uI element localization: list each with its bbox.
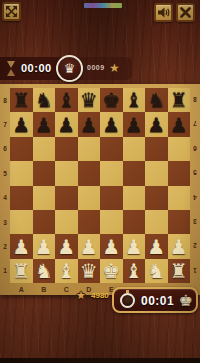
square-f4[interactable] bbox=[123, 186, 146, 210]
square-a5[interactable] bbox=[10, 161, 33, 185]
rank-label-4: 4 bbox=[190, 186, 200, 210]
rank-label-8: 8 bbox=[190, 88, 200, 112]
piece-white-pawn[interactable]: ♟ bbox=[102, 236, 120, 259]
rank-label-3: 3 bbox=[0, 210, 10, 234]
opponent-timer: 00:00 bbox=[21, 62, 52, 74]
square-c4[interactable] bbox=[55, 186, 78, 210]
piece-black-rook[interactable]: ♜ bbox=[170, 89, 188, 112]
square-g5[interactable] bbox=[145, 161, 168, 185]
piece-white-knight[interactable]: ♞ bbox=[147, 260, 165, 283]
piece-white-rook[interactable]: ♜ bbox=[12, 260, 30, 283]
bottom-strip bbox=[0, 358, 200, 363]
rank-label-5: 5 bbox=[190, 161, 200, 185]
rank-label-8: 8 bbox=[0, 88, 10, 112]
opponent-score: 0009 bbox=[87, 64, 105, 71]
square-e6[interactable] bbox=[100, 137, 123, 161]
square-c5[interactable] bbox=[55, 161, 78, 185]
square-a2[interactable]: ♟ bbox=[10, 234, 33, 258]
square-f3[interactable] bbox=[123, 210, 146, 234]
expand-arrows-icon bbox=[6, 6, 17, 17]
square-a1[interactable]: ♜ bbox=[10, 259, 33, 283]
square-a6[interactable] bbox=[10, 137, 33, 161]
piece-white-knight[interactable]: ♞ bbox=[35, 260, 53, 283]
square-c2[interactable]: ♟ bbox=[55, 234, 78, 258]
square-b4[interactable] bbox=[33, 186, 56, 210]
rank-label-1: 1 bbox=[0, 259, 10, 283]
square-g6[interactable] bbox=[145, 137, 168, 161]
piece-white-pawn[interactable]: ♟ bbox=[170, 236, 188, 259]
square-d5[interactable] bbox=[78, 161, 101, 185]
opponent-info-bar: 00:00 ♛ 0009 ★ bbox=[0, 57, 132, 80]
square-b1[interactable]: ♞ bbox=[33, 259, 56, 283]
square-a4[interactable] bbox=[10, 186, 33, 210]
piece-white-bishop[interactable]: ♝ bbox=[125, 260, 143, 283]
hourglass-icon bbox=[7, 61, 15, 68]
piece-white-queen[interactable]: ♛ bbox=[80, 260, 98, 283]
square-h8[interactable]: ♜ bbox=[168, 88, 191, 112]
king-icon: ♚ bbox=[179, 292, 193, 310]
piece-black-pawn[interactable]: ♟ bbox=[102, 114, 120, 137]
square-h6[interactable] bbox=[168, 137, 191, 161]
square-d4[interactable] bbox=[78, 186, 101, 210]
fullscreen-button[interactable] bbox=[2, 2, 21, 21]
board-squares: ♜♞♝♛♚♝♞♜♟♟♟♟♟♟♟♟♟♟♟♟♟♟♟♟♜♞♝♛♚♝♞♜ bbox=[10, 88, 190, 283]
queen-icon: ♛ bbox=[64, 62, 76, 75]
square-g1[interactable]: ♞ bbox=[145, 259, 168, 283]
piece-white-pawn[interactable]: ♟ bbox=[12, 236, 30, 259]
square-a7[interactable]: ♟ bbox=[10, 112, 33, 136]
piece-white-pawn[interactable]: ♟ bbox=[125, 236, 143, 259]
square-e4[interactable] bbox=[100, 186, 123, 210]
square-e1[interactable]: ♚ bbox=[100, 259, 123, 283]
square-h1[interactable]: ♜ bbox=[168, 259, 191, 283]
square-c6[interactable] bbox=[55, 137, 78, 161]
square-b7[interactable]: ♟ bbox=[33, 112, 56, 136]
square-h4[interactable] bbox=[168, 186, 191, 210]
piece-white-pawn[interactable]: ♟ bbox=[147, 236, 165, 259]
player-timer: 00:01 bbox=[141, 294, 174, 308]
player-score: 4980 bbox=[91, 291, 109, 300]
square-b5[interactable] bbox=[33, 161, 56, 185]
rank-label-6: 6 bbox=[190, 137, 200, 161]
piece-white-rook[interactable]: ♜ bbox=[170, 260, 188, 283]
square-e7[interactable]: ♟ bbox=[100, 112, 123, 136]
square-h3[interactable] bbox=[168, 210, 191, 234]
square-c8[interactable]: ♝ bbox=[55, 88, 78, 112]
piece-black-knight[interactable]: ♞ bbox=[35, 89, 53, 112]
square-b3[interactable] bbox=[33, 210, 56, 234]
player-timer-panel: 00:01 ♚ bbox=[112, 287, 198, 313]
chess-board: 87654321 ♜♞♝♛♚♝♞♜♟♟♟♟♟♟♟♟♟♟♟♟♟♟♟♟♜♞♝♛♚♝♞… bbox=[0, 84, 200, 295]
rank-label-3: 3 bbox=[190, 210, 200, 234]
square-d3[interactable] bbox=[78, 210, 101, 234]
opponent-avatar[interactable]: ♛ bbox=[56, 55, 83, 82]
piece-black-queen[interactable]: ♛ bbox=[80, 89, 98, 112]
square-b6[interactable] bbox=[33, 137, 56, 161]
square-f1[interactable]: ♝ bbox=[123, 259, 146, 283]
file-label-c: C bbox=[55, 283, 78, 295]
file-label-a: A bbox=[10, 283, 33, 295]
square-d7[interactable]: ♟ bbox=[78, 112, 101, 136]
speaker-icon bbox=[158, 7, 170, 18]
piece-white-king[interactable]: ♚ bbox=[102, 260, 120, 283]
square-f6[interactable] bbox=[123, 137, 146, 161]
piece-black-pawn[interactable]: ♟ bbox=[57, 114, 75, 137]
square-f8[interactable]: ♝ bbox=[123, 88, 146, 112]
close-icon bbox=[180, 7, 191, 18]
piece-black-pawn[interactable]: ♟ bbox=[170, 114, 188, 137]
square-g3[interactable] bbox=[145, 210, 168, 234]
square-d2[interactable]: ♟ bbox=[78, 234, 101, 258]
piece-black-pawn[interactable]: ♟ bbox=[80, 114, 98, 137]
rank-label-2: 2 bbox=[0, 234, 10, 258]
square-c3[interactable] bbox=[55, 210, 78, 234]
piece-white-pawn[interactable]: ♟ bbox=[80, 236, 98, 259]
rank-label-7: 7 bbox=[0, 112, 10, 136]
square-e2[interactable]: ♟ bbox=[100, 234, 123, 258]
rank-labels-right: 87654321 bbox=[190, 88, 200, 283]
square-h7[interactable]: ♟ bbox=[168, 112, 191, 136]
square-c1[interactable]: ♝ bbox=[55, 259, 78, 283]
piece-black-king[interactable]: ♚ bbox=[102, 89, 120, 112]
square-d1[interactable]: ♛ bbox=[78, 259, 101, 283]
player-star-icon: ★ bbox=[76, 289, 86, 302]
sound-button[interactable] bbox=[154, 3, 173, 22]
square-h5[interactable] bbox=[168, 161, 191, 185]
square-b2[interactable]: ♟ bbox=[33, 234, 56, 258]
piece-white-pawn[interactable]: ♟ bbox=[35, 236, 53, 259]
piece-black-rook[interactable]: ♜ bbox=[12, 89, 30, 112]
piece-white-pawn[interactable]: ♟ bbox=[57, 236, 75, 259]
square-c7[interactable]: ♟ bbox=[55, 112, 78, 136]
piece-black-pawn[interactable]: ♟ bbox=[12, 114, 30, 137]
opponent-star-icon: ★ bbox=[109, 61, 120, 75]
square-f7[interactable]: ♟ bbox=[123, 112, 146, 136]
square-g4[interactable] bbox=[145, 186, 168, 210]
square-a3[interactable] bbox=[10, 210, 33, 234]
piece-black-pawn[interactable]: ♟ bbox=[125, 114, 143, 137]
square-g2[interactable]: ♟ bbox=[145, 234, 168, 258]
square-e5[interactable] bbox=[100, 161, 123, 185]
close-button[interactable] bbox=[176, 3, 195, 22]
rank-label-2: 2 bbox=[190, 234, 200, 258]
piece-black-knight[interactable]: ♞ bbox=[147, 89, 165, 112]
piece-black-pawn[interactable]: ♟ bbox=[35, 114, 53, 137]
square-d8[interactable]: ♛ bbox=[78, 88, 101, 112]
square-d6[interactable] bbox=[78, 137, 101, 161]
rank-label-6: 6 bbox=[0, 137, 10, 161]
square-b8[interactable]: ♞ bbox=[33, 88, 56, 112]
watermark bbox=[84, 3, 122, 8]
file-label-b: B bbox=[33, 283, 56, 295]
rank-label-5: 5 bbox=[0, 161, 10, 185]
square-a8[interactable]: ♜ bbox=[10, 88, 33, 112]
rank-label-4: 4 bbox=[0, 186, 10, 210]
square-h2[interactable]: ♟ bbox=[168, 234, 191, 258]
rank-label-7: 7 bbox=[190, 112, 200, 136]
stopwatch-icon bbox=[120, 293, 135, 308]
piece-black-pawn[interactable]: ♟ bbox=[147, 114, 165, 137]
piece-black-bishop[interactable]: ♝ bbox=[125, 89, 143, 112]
rank-label-1: 1 bbox=[190, 259, 200, 283]
square-g7[interactable]: ♟ bbox=[145, 112, 168, 136]
square-g8[interactable]: ♞ bbox=[145, 88, 168, 112]
piece-black-bishop[interactable]: ♝ bbox=[57, 89, 75, 112]
piece-white-bishop[interactable]: ♝ bbox=[57, 260, 75, 283]
chess-app-screen: 00:00 ♛ 0009 ★ 87654321 ♜♞♝♛♚♝♞♜♟♟♟♟♟♟♟♟… bbox=[0, 0, 200, 363]
rank-labels-left: 87654321 bbox=[0, 88, 10, 283]
square-f5[interactable] bbox=[123, 161, 146, 185]
square-f2[interactable]: ♟ bbox=[123, 234, 146, 258]
square-e8[interactable]: ♚ bbox=[100, 88, 123, 112]
square-e3[interactable] bbox=[100, 210, 123, 234]
